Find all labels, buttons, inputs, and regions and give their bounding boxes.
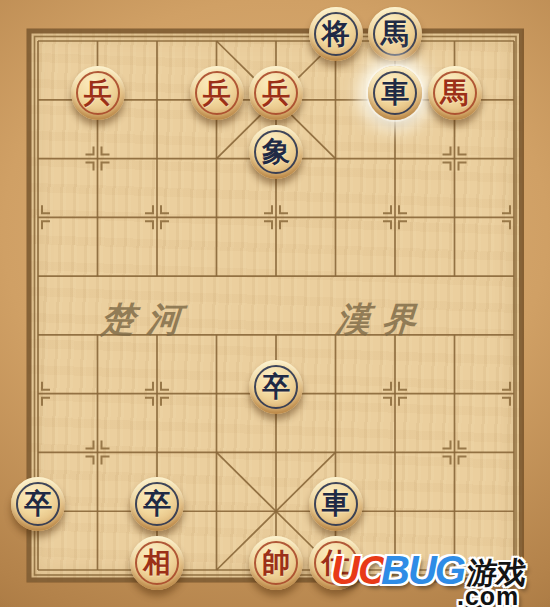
piece-character: 馬 xyxy=(441,79,469,107)
piece-兵-red[interactable]: 兵 xyxy=(190,66,244,120)
watermark: UC BUG 游戏网 .com xyxy=(329,548,550,607)
xiangqi-board: 楚河 漢界 将馬兵兵兵車馬象卒卒卒車相帥仕 UC BUG 游戏网 .com xyxy=(0,0,550,607)
piece-character: 兵 xyxy=(262,79,290,107)
piece-character: 馬 xyxy=(381,20,409,48)
piece-character: 兵 xyxy=(203,79,231,107)
piece-character: 帥 xyxy=(262,549,290,577)
piece-character: 車 xyxy=(322,490,350,518)
piece-character: 将 xyxy=(322,20,350,48)
piece-車-black[interactable]: 車 xyxy=(368,66,422,120)
piece-character: 卒 xyxy=(262,373,290,401)
piece-layer: 将馬兵兵兵車馬象卒卒卒車相帥仕 xyxy=(0,0,550,607)
piece-卒-black[interactable]: 卒 xyxy=(130,477,184,531)
watermark-uc: UC xyxy=(331,548,385,593)
piece-character: 車 xyxy=(381,79,409,107)
piece-character: 兵 xyxy=(84,79,112,107)
piece-卒-black[interactable]: 卒 xyxy=(11,477,65,531)
piece-兵-red[interactable]: 兵 xyxy=(71,66,125,120)
watermark-bug: BUG xyxy=(381,548,464,593)
piece-相-red[interactable]: 相 xyxy=(130,536,184,590)
piece-馬-red[interactable]: 馬 xyxy=(428,66,482,120)
piece-character: 相 xyxy=(143,549,171,577)
piece-character: 象 xyxy=(262,138,290,166)
piece-車-black[interactable]: 車 xyxy=(309,477,363,531)
piece-character: 卒 xyxy=(24,490,52,518)
piece-帥-red[interactable]: 帥 xyxy=(249,536,303,590)
piece-character: 卒 xyxy=(143,490,171,518)
piece-馬-black[interactable]: 馬 xyxy=(368,7,422,61)
piece-兵-red[interactable]: 兵 xyxy=(249,66,303,120)
piece-卒-black[interactable]: 卒 xyxy=(249,360,303,414)
piece-将-black[interactable]: 将 xyxy=(309,7,363,61)
watermark-domain: .com xyxy=(457,582,519,607)
piece-象-black[interactable]: 象 xyxy=(249,125,303,179)
